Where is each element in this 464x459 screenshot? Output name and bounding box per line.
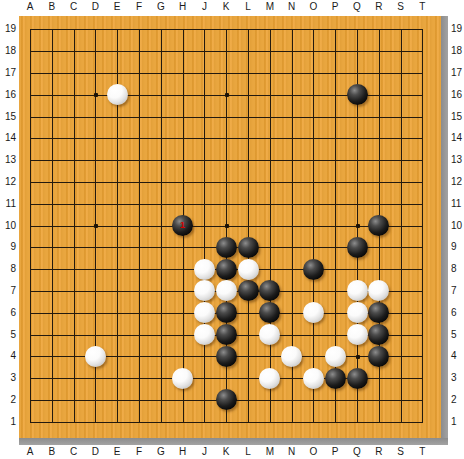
stone-q16[interactable]: [347, 84, 368, 105]
move-number-marker: 1: [180, 221, 185, 230]
row-label-left: 7: [0, 284, 16, 298]
star-point: [356, 355, 360, 359]
column-label-bottom: L: [238, 445, 258, 459]
row-label-right: 9: [451, 240, 464, 254]
stone-l7[interactable]: [238, 280, 259, 301]
column-label-top: A: [20, 0, 40, 14]
stone-q9[interactable]: [347, 237, 368, 258]
stone-k2[interactable]: [216, 389, 237, 410]
stone-l8[interactable]: [238, 259, 259, 280]
column-label-top: T: [412, 0, 432, 14]
column-label-bottom: K: [216, 445, 236, 459]
stone-p4[interactable]: [325, 346, 346, 367]
star-point: [225, 224, 229, 228]
star-point: [94, 93, 98, 97]
row-label-left: 10: [0, 219, 16, 233]
column-label-bottom: N: [282, 445, 302, 459]
grid-line-vertical: [313, 29, 314, 422]
column-label-bottom: J: [194, 445, 214, 459]
column-label-top: S: [391, 0, 411, 14]
stone-e16[interactable]: [107, 84, 128, 105]
stone-k8[interactable]: [216, 259, 237, 280]
row-label-left: 19: [0, 22, 16, 36]
column-label-top: K: [216, 0, 236, 14]
column-label-bottom: F: [129, 445, 149, 459]
row-label-right: 13: [451, 153, 464, 167]
row-label-left: 2: [0, 393, 16, 407]
grid-line-vertical: [401, 29, 402, 422]
stone-k6[interactable]: [216, 302, 237, 323]
go-board-screen: AABBCCDDEEFFGGHHJJKKLLMMNNOOPPQQRRSSTT19…: [0, 0, 464, 459]
stone-q6[interactable]: [347, 302, 368, 323]
column-label-top: B: [42, 0, 62, 14]
stone-h3[interactable]: [172, 368, 193, 389]
stone-o8[interactable]: [303, 259, 324, 280]
stone-k9[interactable]: [216, 237, 237, 258]
column-label-bottom: A: [20, 445, 40, 459]
column-label-bottom: D: [85, 445, 105, 459]
row-label-right: 5: [451, 328, 464, 342]
stone-k5[interactable]: [216, 324, 237, 345]
star-point: [225, 93, 229, 97]
column-label-bottom: R: [369, 445, 389, 459]
column-label-top: N: [282, 0, 302, 14]
row-label-right: 2: [451, 393, 464, 407]
column-label-top: J: [194, 0, 214, 14]
stone-j8[interactable]: [194, 259, 215, 280]
row-label-left: 18: [0, 44, 16, 58]
column-label-top: C: [64, 0, 84, 14]
stone-j5[interactable]: [194, 324, 215, 345]
row-label-left: 16: [0, 88, 16, 102]
grid-line-vertical: [248, 29, 249, 422]
stone-h10[interactable]: 1: [172, 215, 193, 236]
stone-o3[interactable]: [303, 368, 324, 389]
stone-r4[interactable]: [368, 346, 389, 367]
stone-q3[interactable]: [347, 368, 368, 389]
stone-j6[interactable]: [194, 302, 215, 323]
stone-m3[interactable]: [259, 368, 280, 389]
grid-line-vertical: [422, 29, 423, 422]
stone-q5[interactable]: [347, 324, 368, 345]
column-label-bottom: Q: [347, 445, 367, 459]
column-label-bottom: T: [412, 445, 432, 459]
row-label-right: 4: [451, 349, 464, 363]
column-label-bottom: E: [107, 445, 127, 459]
row-label-left: 9: [0, 240, 16, 254]
column-label-bottom: M: [260, 445, 280, 459]
row-label-right: 16: [451, 88, 464, 102]
row-label-right: 15: [451, 110, 464, 124]
row-label-right: 19: [451, 22, 464, 36]
row-label-left: 1: [0, 415, 16, 429]
grid-line-vertical: [270, 29, 271, 422]
row-label-left: 11: [0, 197, 16, 211]
row-label-right: 10: [451, 219, 464, 233]
stone-o6[interactable]: [303, 302, 324, 323]
stone-q7[interactable]: [347, 280, 368, 301]
column-label-top: G: [151, 0, 171, 14]
row-label-right: 12: [451, 175, 464, 189]
row-label-left: 17: [0, 66, 16, 80]
stone-p3[interactable]: [325, 368, 346, 389]
row-label-right: 6: [451, 306, 464, 320]
column-label-bottom: C: [64, 445, 84, 459]
column-label-top: P: [325, 0, 345, 14]
column-label-top: L: [238, 0, 258, 14]
column-label-top: H: [173, 0, 193, 14]
row-label-left: 15: [0, 110, 16, 124]
row-label-right: 3: [451, 371, 464, 385]
row-label-right: 7: [451, 284, 464, 298]
row-label-left: 5: [0, 328, 16, 342]
stone-d4[interactable]: [85, 346, 106, 367]
stone-k4[interactable]: [216, 346, 237, 367]
row-label-right: 11: [451, 197, 464, 211]
row-label-right: 8: [451, 262, 464, 276]
column-label-top: D: [85, 0, 105, 14]
grid-line-horizontal: [30, 422, 423, 423]
star-point: [94, 224, 98, 228]
board-edge-shadow-bottom: [19, 438, 448, 445]
row-label-left: 3: [0, 371, 16, 385]
board-edge-shadow-right: [441, 16, 448, 445]
column-label-top: F: [129, 0, 149, 14]
column-label-bottom: P: [325, 445, 345, 459]
column-label-bottom: G: [151, 445, 171, 459]
star-point: [356, 224, 360, 228]
column-label-top: M: [260, 0, 280, 14]
stone-l9[interactable]: [238, 237, 259, 258]
row-label-left: 14: [0, 131, 16, 145]
stone-k7[interactable]: [216, 280, 237, 301]
row-label-left: 12: [0, 175, 16, 189]
stone-n4[interactable]: [281, 346, 302, 367]
row-label-left: 4: [0, 349, 16, 363]
row-label-right: 17: [451, 66, 464, 80]
row-label-right: 14: [451, 131, 464, 145]
column-label-top: R: [369, 0, 389, 14]
column-label-top: Q: [347, 0, 367, 14]
row-label-left: 6: [0, 306, 16, 320]
column-label-bottom: S: [391, 445, 411, 459]
row-label-left: 8: [0, 262, 16, 276]
column-label-top: E: [107, 0, 127, 14]
row-label-left: 13: [0, 153, 16, 167]
column-label-top: O: [303, 0, 323, 14]
column-label-bottom: O: [303, 445, 323, 459]
column-label-bottom: H: [173, 445, 193, 459]
row-label-right: 18: [451, 44, 464, 58]
column-label-bottom: B: [42, 445, 62, 459]
row-label-right: 1: [451, 415, 464, 429]
